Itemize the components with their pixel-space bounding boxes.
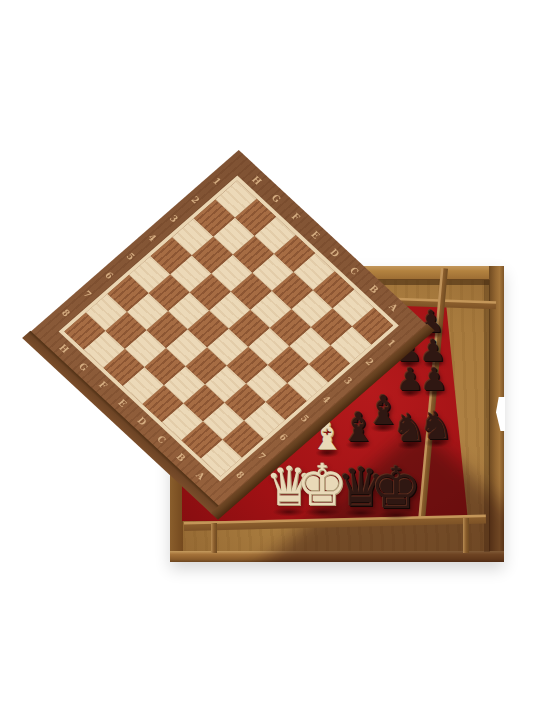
coord-label-rank-8: 8 — [234, 470, 247, 481]
coord-label-rank-5: 5 — [124, 251, 137, 262]
coord-label-rank-1: 1 — [211, 176, 224, 187]
coord-label-rank-2: 2 — [189, 195, 202, 206]
coord-label-rank-3: 3 — [342, 376, 355, 387]
coord-label-file-C: C — [348, 266, 361, 278]
coord-label-rank-6: 6 — [103, 270, 116, 281]
coord-label-file-D: D — [328, 247, 342, 259]
coord-label-file-F: F — [290, 211, 303, 222]
coord-label-rank-7: 7 — [256, 451, 269, 462]
coord-label-rank-4: 4 — [320, 394, 333, 405]
coord-label-file-C: C — [155, 434, 168, 446]
coord-label-rank-2: 2 — [364, 357, 377, 368]
coord-label-rank-3: 3 — [168, 214, 181, 225]
coord-label-file-H: H — [57, 343, 71, 356]
coord-label-file-A: A — [387, 302, 400, 314]
coord-label-file-D: D — [135, 416, 149, 428]
coord-label-rank-6: 6 — [277, 432, 290, 443]
coord-label-file-F: F — [97, 380, 110, 391]
coord-label-rank-7: 7 — [81, 289, 94, 300]
tray-piece-dark-pawn-5: ♟ — [420, 364, 448, 395]
divider-front-left — [211, 523, 217, 553]
coord-label-rank-4: 4 — [146, 232, 159, 243]
coord-label-file-E: E — [116, 398, 129, 410]
coord-label-file-B: B — [367, 284, 381, 296]
coord-label-file-A: A — [194, 470, 207, 482]
coord-label-file-G: G — [77, 361, 91, 373]
product-photo-scene: ♟♟♟♟♟♝♝♞♞♝♛♚♛♚ AA88BB77CC66DD55EE44FF33G… — [0, 0, 540, 720]
coord-label-file-E: E — [309, 229, 322, 241]
coord-label-rank-5: 5 — [299, 413, 312, 424]
coord-label-rank-8: 8 — [60, 308, 73, 319]
tray-piece-dark-king: ♚ — [370, 459, 422, 517]
coord-label-file-H: H — [250, 175, 264, 188]
coord-label-file-B: B — [174, 452, 188, 464]
coord-label-rank-1: 1 — [385, 338, 398, 349]
coord-label-file-G: G — [270, 193, 284, 205]
tray-piece-dark-knight-2: ♞ — [419, 407, 453, 445]
divider-front-right — [463, 518, 469, 553]
